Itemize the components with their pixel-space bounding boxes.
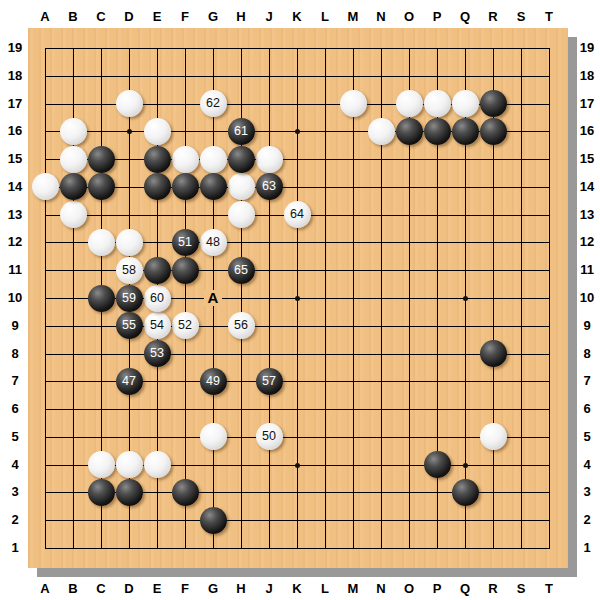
column-label-top: T [538, 7, 560, 27]
column-label-bottom: S [510, 579, 532, 599]
column-label-bottom: D [118, 579, 140, 599]
black-stone[interactable] [200, 507, 227, 534]
column-label-bottom: O [398, 579, 420, 599]
black-stone[interactable] [116, 479, 143, 506]
white-stone[interactable] [88, 451, 115, 478]
column-label-top: N [370, 7, 392, 27]
black-stone[interactable] [396, 118, 423, 145]
row-label-right: 16 [574, 121, 600, 141]
go-board[interactable]: 48505254565860626447495153555759616365A [28, 28, 568, 568]
white-stone[interactable] [200, 423, 227, 450]
white-stone[interactable]: 52 [172, 312, 199, 339]
row-label-right: 11 [574, 260, 600, 280]
page: 48505254565860626447495153555759616365A … [0, 0, 600, 600]
row-label-right: 12 [574, 232, 600, 252]
black-stone[interactable] [88, 146, 115, 173]
row-label-left: 6 [2, 399, 28, 419]
move-number: 53 [150, 340, 164, 367]
move-number: 63 [262, 173, 276, 200]
black-stone[interactable] [172, 173, 199, 200]
grid-line-horizontal [45, 548, 550, 549]
black-stone[interactable]: 55 [116, 312, 143, 339]
grid-line-horizontal [45, 520, 550, 521]
row-label-left: 16 [2, 121, 28, 141]
row-label-right: 3 [574, 482, 600, 502]
column-label-bottom: T [538, 579, 560, 599]
move-number: 56 [234, 312, 248, 339]
white-stone[interactable]: 64 [284, 201, 311, 228]
row-label-left: 10 [2, 288, 28, 308]
move-number: 47 [122, 368, 136, 395]
white-stone[interactable] [116, 229, 143, 256]
row-label-right: 5 [574, 427, 600, 447]
row-label-right: 4 [574, 455, 600, 475]
row-label-left: 19 [2, 38, 28, 58]
column-label-top: F [174, 7, 196, 27]
annotation-A[interactable]: A [204, 290, 222, 306]
black-stone[interactable] [144, 146, 171, 173]
black-stone[interactable] [88, 285, 115, 312]
row-label-left: 1 [2, 538, 28, 558]
grid-line-horizontal [45, 437, 550, 438]
black-stone[interactable] [88, 479, 115, 506]
row-label-left: 5 [2, 427, 28, 447]
row-label-left: 8 [2, 344, 28, 364]
row-label-left: 7 [2, 371, 28, 391]
white-stone[interactable] [116, 451, 143, 478]
column-label-top: J [258, 7, 280, 27]
column-label-top: P [426, 7, 448, 27]
move-number: 65 [234, 257, 248, 284]
grid-line-horizontal [45, 354, 550, 355]
white-stone[interactable] [32, 173, 59, 200]
star-point [463, 296, 468, 301]
move-number: 50 [262, 423, 276, 450]
column-label-bottom: J [258, 579, 280, 599]
black-stone[interactable]: 51 [172, 229, 199, 256]
column-label-top: D [118, 7, 140, 27]
move-number: 61 [234, 118, 248, 145]
row-label-right: 17 [574, 94, 600, 114]
row-label-left: 14 [2, 177, 28, 197]
star-point [295, 463, 300, 468]
row-label-right: 6 [574, 399, 600, 419]
row-label-left: 18 [2, 66, 28, 86]
black-stone[interactable] [228, 146, 255, 173]
row-label-right: 14 [574, 177, 600, 197]
row-label-right: 1 [574, 538, 600, 558]
black-stone[interactable] [88, 173, 115, 200]
white-stone[interactable] [172, 146, 199, 173]
black-stone[interactable]: 65 [228, 257, 255, 284]
grid-line-vertical [521, 48, 522, 549]
star-point [463, 463, 468, 468]
move-number: 59 [122, 285, 136, 312]
black-stone[interactable] [480, 90, 507, 117]
white-stone[interactable] [256, 146, 283, 173]
column-label-bottom: B [62, 579, 84, 599]
black-stone[interactable]: 59 [116, 285, 143, 312]
move-number: 55 [122, 312, 136, 339]
star-point [295, 129, 300, 134]
white-stone[interactable] [144, 118, 171, 145]
move-number: 57 [262, 368, 276, 395]
black-stone[interactable]: 57 [256, 368, 283, 395]
column-label-bottom: A [34, 579, 56, 599]
row-label-right: 10 [574, 288, 600, 308]
white-stone[interactable] [88, 229, 115, 256]
row-label-left: 9 [2, 316, 28, 336]
star-point [295, 296, 300, 301]
row-label-right: 7 [574, 371, 600, 391]
column-label-top: H [230, 7, 252, 27]
grid-line-vertical [549, 48, 550, 549]
row-label-left: 15 [2, 149, 28, 169]
column-label-bottom: C [90, 579, 112, 599]
row-label-right: 9 [574, 316, 600, 336]
row-label-left: 4 [2, 455, 28, 475]
move-number: 62 [206, 90, 220, 117]
black-stone[interactable]: 61 [228, 118, 255, 145]
white-stone[interactable] [144, 451, 171, 478]
black-stone[interactable]: 47 [116, 368, 143, 395]
white-stone[interactable]: 48 [200, 229, 227, 256]
column-label-top: R [482, 7, 504, 27]
column-label-top: O [398, 7, 420, 27]
column-label-bottom: K [286, 579, 308, 599]
white-stone[interactable] [340, 90, 367, 117]
column-label-bottom: F [174, 579, 196, 599]
white-stone[interactable] [116, 90, 143, 117]
white-stone[interactable]: 54 [144, 312, 171, 339]
black-stone[interactable] [200, 173, 227, 200]
black-stone[interactable] [424, 451, 451, 478]
black-stone[interactable]: 49 [200, 368, 227, 395]
star-point [127, 129, 132, 134]
move-number: 64 [290, 201, 304, 228]
column-label-bottom: Q [454, 579, 476, 599]
column-label-top: B [62, 7, 84, 27]
column-label-top: L [314, 7, 336, 27]
column-label-top: G [202, 7, 224, 27]
grid-line-vertical [353, 48, 354, 549]
column-label-top: A [34, 7, 56, 27]
white-stone[interactable] [60, 201, 87, 228]
row-label-left: 2 [2, 510, 28, 530]
move-number: 60 [150, 285, 164, 312]
black-stone[interactable] [480, 340, 507, 367]
white-stone[interactable] [424, 90, 451, 117]
white-stone[interactable] [200, 146, 227, 173]
black-stone[interactable] [144, 173, 171, 200]
white-stone[interactable] [228, 201, 255, 228]
row-label-left: 17 [2, 94, 28, 114]
black-stone[interactable] [452, 118, 479, 145]
black-stone[interactable] [452, 479, 479, 506]
move-number: 51 [178, 229, 192, 256]
column-label-top: K [286, 7, 308, 27]
row-label-left: 13 [2, 205, 28, 225]
row-label-right: 2 [574, 510, 600, 530]
black-stone[interactable]: 53 [144, 340, 171, 367]
black-stone[interactable] [172, 479, 199, 506]
column-label-bottom: G [202, 579, 224, 599]
column-label-bottom: R [482, 579, 504, 599]
black-stone[interactable]: 63 [256, 173, 283, 200]
column-label-top: S [510, 7, 532, 27]
column-label-top: E [146, 7, 168, 27]
row-label-left: 12 [2, 232, 28, 252]
column-label-bottom: N [370, 579, 392, 599]
column-label-bottom: L [314, 579, 336, 599]
white-stone[interactable] [228, 173, 255, 200]
row-label-right: 8 [574, 344, 600, 364]
column-label-top: C [90, 7, 112, 27]
white-stone[interactable] [60, 118, 87, 145]
white-stone[interactable]: 50 [256, 423, 283, 450]
column-label-top: Q [454, 7, 476, 27]
black-stone[interactable] [480, 118, 507, 145]
white-stone[interactable] [60, 146, 87, 173]
grid-line-vertical [325, 48, 326, 549]
black-stone[interactable] [424, 118, 451, 145]
column-label-bottom: M [342, 579, 364, 599]
move-number: 52 [178, 312, 192, 339]
column-label-bottom: H [230, 579, 252, 599]
row-label-right: 19 [574, 38, 600, 58]
move-number: 48 [206, 229, 220, 256]
column-label-bottom: P [426, 579, 448, 599]
column-label-bottom: E [146, 579, 168, 599]
black-stone[interactable] [60, 173, 87, 200]
white-stone[interactable] [452, 90, 479, 117]
white-stone[interactable] [368, 118, 395, 145]
move-number: 54 [150, 312, 164, 339]
black-stone[interactable] [144, 257, 171, 284]
row-label-left: 11 [2, 260, 28, 280]
white-stone[interactable] [480, 423, 507, 450]
move-number: 58 [122, 257, 136, 284]
black-stone[interactable] [172, 257, 199, 284]
move-number: 49 [206, 368, 220, 395]
white-stone[interactable]: 56 [228, 312, 255, 339]
row-label-left: 3 [2, 482, 28, 502]
white-stone[interactable] [396, 90, 423, 117]
grid-line-horizontal [45, 409, 550, 410]
column-label-top: M [342, 7, 364, 27]
row-label-right: 13 [574, 205, 600, 225]
white-stone[interactable]: 62 [200, 90, 227, 117]
row-label-right: 18 [574, 66, 600, 86]
white-stone[interactable]: 58 [116, 257, 143, 284]
row-label-right: 15 [574, 149, 600, 169]
white-stone[interactable]: 60 [144, 285, 171, 312]
